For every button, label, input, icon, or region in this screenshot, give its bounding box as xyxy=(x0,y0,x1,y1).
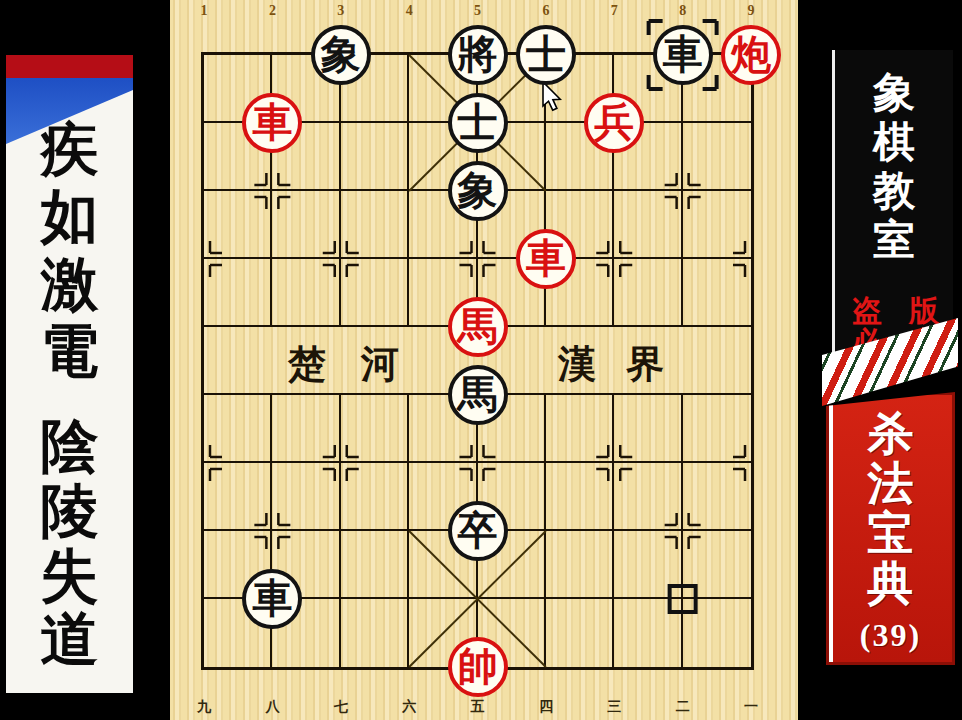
column-label-top: 7 xyxy=(600,3,628,19)
column-label-bottom: 六 xyxy=(395,698,423,716)
board-cell xyxy=(204,191,272,259)
board-cell xyxy=(546,599,614,667)
left-banner-char: 道 xyxy=(6,610,133,670)
piece-red-general[interactable]: 帥 xyxy=(448,637,508,697)
column-label-bottom: 三 xyxy=(600,698,628,716)
board-cell xyxy=(683,123,751,191)
right-banner-series-char: 法 xyxy=(829,461,952,507)
column-label-bottom: 二 xyxy=(669,698,697,716)
board-cell xyxy=(341,123,409,191)
board-cell xyxy=(204,259,272,327)
board-cell xyxy=(683,259,751,327)
board-cell xyxy=(614,531,682,599)
board-cell xyxy=(614,395,682,463)
right-banner-series-char: 典 xyxy=(829,561,952,607)
board-cell xyxy=(683,531,751,599)
column-label-bottom: 五 xyxy=(464,698,492,716)
right-banner-title-char: 象 xyxy=(835,72,953,114)
piece-black-elephant[interactable]: 象 xyxy=(311,25,371,85)
board-cell xyxy=(272,191,340,259)
piece-black-elephant[interactable]: 象 xyxy=(448,161,508,221)
left-banner-char: 失 xyxy=(6,547,133,607)
left-banner-calligraphy: 疾如激電陰陵失道 xyxy=(6,55,133,693)
board-cell xyxy=(341,259,409,327)
board-cell xyxy=(204,395,272,463)
piece-black-advisor[interactable]: 士 xyxy=(516,25,576,85)
board-cell xyxy=(272,463,340,531)
board-cell xyxy=(204,463,272,531)
left-banner-char: 疾 xyxy=(6,120,133,180)
column-label-bottom: 一 xyxy=(737,698,765,716)
piece-black-horse[interactable]: 馬 xyxy=(448,365,508,425)
board-cell xyxy=(341,531,409,599)
piece-red-horse[interactable]: 馬 xyxy=(448,297,508,357)
board-cell xyxy=(614,599,682,667)
right-banner-title-char: 室 xyxy=(835,219,953,261)
board-cell xyxy=(683,191,751,259)
board-cell xyxy=(683,463,751,531)
issue-number: (39) xyxy=(829,617,952,654)
column-label-bottom: 四 xyxy=(532,698,560,716)
left-banner: 疾如激電陰陵失道 xyxy=(6,55,133,693)
right-banner-title-panel: 象棋教室 盗版必究 xyxy=(832,50,953,357)
xiangqi-board: 123456789九八七六五四三二一楚河漢界象將士車炮車士兵象車馬馬卒車帥 xyxy=(170,0,798,720)
left-banner-char: 陵 xyxy=(6,482,133,542)
board-cell xyxy=(546,395,614,463)
piece-black-chariot[interactable]: 車 xyxy=(242,569,302,629)
board-cell xyxy=(341,463,409,531)
board-cell xyxy=(683,395,751,463)
left-banner-char: 電 xyxy=(6,322,133,382)
river-text: 河 xyxy=(358,339,402,390)
board-cell xyxy=(341,395,409,463)
board-cell xyxy=(614,191,682,259)
board-cell xyxy=(546,531,614,599)
right-banner-warning-char: 盗 xyxy=(837,296,897,326)
board-cell xyxy=(272,259,340,327)
piece-red-cannon[interactable]: 炮 xyxy=(721,25,781,85)
column-label-top: 3 xyxy=(327,3,355,19)
column-label-bottom: 七 xyxy=(327,698,355,716)
column-label-top: 8 xyxy=(669,3,697,19)
board-cell xyxy=(204,327,272,395)
left-banner-char: 陰 xyxy=(6,417,133,477)
right-banner-series-char: 杀 xyxy=(829,411,952,457)
board-cell xyxy=(272,395,340,463)
right-banner-series-char: 宝 xyxy=(829,511,952,557)
screen: { "game": "xiangqi", "position": { "fen"… xyxy=(0,0,962,720)
column-label-bottom: 九 xyxy=(190,698,218,716)
left-banner-char: 激 xyxy=(6,255,133,315)
board-cell xyxy=(341,599,409,667)
board-cell xyxy=(614,463,682,531)
column-label-top: 1 xyxy=(190,3,218,19)
right-banner-series-panel: 杀法宝典 (39) xyxy=(826,392,955,665)
piece-black-pawn[interactable]: 卒 xyxy=(448,501,508,561)
board-cell xyxy=(614,259,682,327)
piece-black-advisor[interactable]: 士 xyxy=(448,93,508,153)
piece-black-general[interactable]: 將 xyxy=(448,25,508,85)
column-label-top: 5 xyxy=(464,3,492,19)
board-cell xyxy=(683,327,751,395)
column-label-top: 6 xyxy=(532,3,560,19)
piece-red-chariot[interactable]: 車 xyxy=(516,229,576,289)
right-banner-title-char: 棋 xyxy=(835,121,953,163)
left-banner-char: 如 xyxy=(6,187,133,247)
board-cell xyxy=(683,599,751,667)
column-label-top: 9 xyxy=(737,3,765,19)
column-label-bottom: 八 xyxy=(258,698,286,716)
board-cell xyxy=(546,463,614,531)
column-label-top: 2 xyxy=(258,3,286,19)
piece-red-pawn[interactable]: 兵 xyxy=(584,93,644,153)
piece-red-chariot[interactable]: 車 xyxy=(242,93,302,153)
right-banner-warning-char: 版 xyxy=(894,296,954,326)
piece-black-chariot[interactable]: 車 xyxy=(653,25,713,85)
board-cell xyxy=(341,191,409,259)
river-text: 界 xyxy=(623,339,667,390)
column-label-top: 4 xyxy=(395,3,423,19)
right-banner-title-char: 教 xyxy=(835,170,953,212)
river-text: 楚 xyxy=(285,339,329,390)
river-text: 漢 xyxy=(555,339,599,390)
